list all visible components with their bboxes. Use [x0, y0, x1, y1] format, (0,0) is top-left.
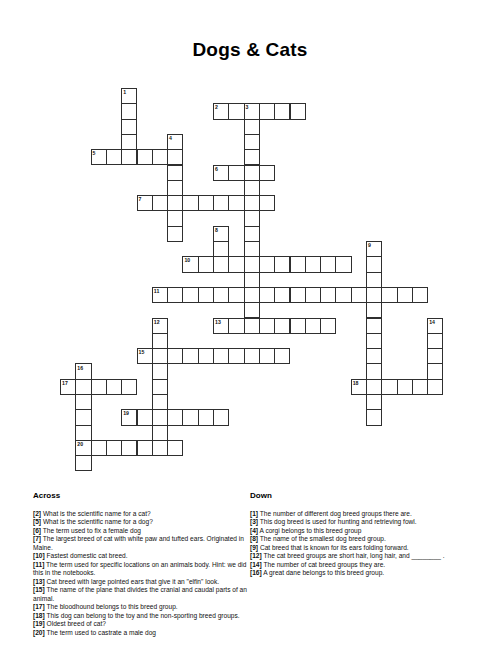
grid-cell[interactable]: [228, 287, 244, 303]
clue-number: [6]: [33, 527, 41, 534]
grid-cell[interactable]: [106, 440, 122, 456]
grid-cell[interactable]: [198, 256, 214, 272]
grid-cell[interactable]: [244, 287, 260, 303]
grid-cell[interactable]: [213, 348, 229, 364]
grid-cell[interactable]: 10: [182, 256, 198, 272]
grid-cell[interactable]: [320, 287, 336, 303]
grid-cell[interactable]: [182, 287, 198, 303]
down-clues: Down [1] The number of different dog bre…: [250, 492, 478, 578]
across-header: Across: [33, 492, 247, 501]
grid-cell[interactable]: 12: [152, 318, 168, 334]
grid-cell[interactable]: 16: [75, 363, 91, 379]
clue-item: [1] The number of different dog breed gr…: [250, 510, 478, 519]
clue-number: [7]: [33, 535, 41, 542]
grid-cell[interactable]: [198, 348, 214, 364]
grid-cell[interactable]: [213, 287, 229, 303]
grid-cell[interactable]: [213, 409, 229, 425]
cell-number: 8: [215, 227, 218, 233]
clue-number: [18]: [33, 612, 45, 619]
clue-item: [14] The number of cat breed groups they…: [250, 561, 478, 570]
grid-cell[interactable]: [228, 103, 244, 119]
grid-cell[interactable]: [274, 103, 290, 119]
across-clue-list: [2] What is the scientific name for a ca…: [33, 510, 247, 638]
clue-number: [9]: [250, 544, 258, 551]
grid-cell[interactable]: [244, 226, 260, 242]
clue-number: [8]: [250, 535, 258, 542]
clue-item: [8] The name of the smallest dog breed g…: [250, 535, 478, 544]
grid-cell[interactable]: [381, 379, 397, 395]
grid-cell[interactable]: [152, 363, 168, 379]
clue-item: [4] A corgi belongs to this breed group: [250, 527, 478, 536]
clue-item: [16] A great dane belongs to this breed …: [250, 569, 478, 578]
grid-cell[interactable]: [259, 195, 275, 211]
grid-cell[interactable]: [75, 394, 91, 410]
grid-cell[interactable]: [244, 210, 260, 226]
grid-cell[interactable]: [167, 348, 183, 364]
grid-cell[interactable]: [167, 409, 183, 425]
grid-cell[interactable]: [335, 256, 351, 272]
grid-cell[interactable]: [366, 409, 382, 425]
grid-cell[interactable]: [244, 348, 260, 364]
grid-cell[interactable]: [259, 287, 275, 303]
grid-cell[interactable]: [366, 287, 382, 303]
grid-cell[interactable]: [427, 348, 443, 364]
grid-cell[interactable]: 3: [244, 103, 260, 119]
cell-number: 2: [215, 104, 218, 110]
grid-cell[interactable]: [91, 440, 107, 456]
grid-cell[interactable]: [274, 256, 290, 272]
clue-number: [12]: [250, 552, 262, 559]
grid-cell[interactable]: 14: [427, 318, 443, 334]
grid-cell[interactable]: [320, 256, 336, 272]
grid-cell[interactable]: [305, 287, 321, 303]
grid-cell[interactable]: [167, 180, 183, 196]
cell-number: 15: [139, 349, 145, 355]
grid-cell[interactable]: [121, 134, 137, 150]
grid-cell[interactable]: [366, 394, 382, 410]
grid-cell[interactable]: [244, 241, 260, 257]
grid-cell[interactable]: [152, 409, 168, 425]
clue-number: [17]: [33, 603, 45, 610]
grid-cell[interactable]: 20: [75, 440, 91, 456]
grid-cell[interactable]: [244, 134, 260, 150]
grid-cell[interactable]: 4: [167, 134, 183, 150]
grid-cell[interactable]: 1: [121, 88, 137, 104]
cell-number: 12: [154, 319, 160, 325]
grid-cell[interactable]: [274, 287, 290, 303]
grid-cell[interactable]: [228, 165, 244, 181]
down-header: Down: [250, 492, 478, 501]
grid-cell[interactable]: [121, 440, 137, 456]
grid-cell[interactable]: [167, 287, 183, 303]
grid-cell[interactable]: [75, 409, 91, 425]
grid-cell[interactable]: [106, 379, 122, 395]
cell-number: 6: [215, 166, 218, 172]
clue-item: [9] Cat breed that is known for its ears…: [250, 544, 478, 553]
grid-cell[interactable]: [167, 149, 183, 165]
grid-cell[interactable]: [152, 425, 168, 441]
grid-cell[interactable]: [366, 272, 382, 288]
grid-cell[interactable]: [397, 379, 413, 395]
grid-cell[interactable]: 7: [137, 195, 153, 211]
grid-cell[interactable]: [152, 195, 168, 211]
grid-cell[interactable]: [198, 195, 214, 211]
clue-number: [20]: [33, 629, 45, 636]
clue-number: [3]: [250, 518, 258, 525]
grid-cell[interactable]: [305, 318, 321, 334]
cell-number: 16: [77, 365, 83, 371]
grid-cell[interactable]: [366, 363, 382, 379]
grid-cell[interactable]: [290, 287, 306, 303]
grid-cell[interactable]: 18: [351, 379, 367, 395]
clue-item: [19] Oldest breed of cat?: [33, 620, 247, 629]
grid-cell[interactable]: [244, 272, 260, 288]
clue-number: [11]: [33, 561, 44, 568]
cell-number: 11: [154, 288, 159, 294]
grid-cell[interactable]: [167, 440, 183, 456]
clue-item: [12] The cat breed groups are short hair…: [250, 552, 478, 561]
grid-cell[interactable]: [75, 455, 91, 471]
grid-cell[interactable]: [335, 287, 351, 303]
clue-item: [2] What is the scientific name for a ca…: [33, 510, 247, 519]
grid-cell[interactable]: [152, 333, 168, 349]
down-clue-list: [1] The number of different dog breed gr…: [250, 510, 478, 578]
crossword-grid: 1234567891011121314151617181920: [60, 88, 444, 472]
cell-number: 7: [139, 196, 142, 202]
grid-cell[interactable]: [167, 195, 183, 211]
grid-cell[interactable]: [244, 318, 260, 334]
grid-cell[interactable]: [137, 409, 153, 425]
grid-cell[interactable]: [121, 379, 137, 395]
grid-cell[interactable]: [75, 379, 91, 395]
clue-number: [4]: [250, 527, 258, 534]
grid-cell[interactable]: [106, 149, 122, 165]
clue-item: [10] Fastest domestic cat breed.: [33, 552, 247, 561]
page-title: Dogs & Cats: [0, 39, 500, 61]
grid-cell[interactable]: [290, 103, 306, 119]
across-clues: Across [2] What is the scientific name f…: [33, 492, 247, 637]
clue-item: [7] The largest breed of cat with white …: [33, 535, 247, 552]
cell-number: 4: [169, 135, 172, 141]
grid-cell[interactable]: [182, 409, 198, 425]
grid-cell[interactable]: 8: [213, 226, 229, 242]
grid-cell[interactable]: 5: [91, 149, 107, 165]
clue-item: [15] The name of the plane that divides …: [33, 586, 247, 603]
grid-cell[interactable]: [366, 348, 382, 364]
clue-item: [6] The term used to fix a female dog: [33, 527, 247, 536]
grid-cell[interactable]: [259, 256, 275, 272]
grid-cell[interactable]: [397, 287, 413, 303]
cell-number: 14: [429, 319, 435, 325]
grid-cell[interactable]: 19: [121, 409, 137, 425]
grid-cell[interactable]: [320, 318, 336, 334]
clue-item: [3] This dog breed is used for hunting a…: [250, 518, 478, 527]
grid-cell[interactable]: [244, 165, 260, 181]
clue-number: [10]: [33, 552, 45, 559]
grid-cell[interactable]: [290, 256, 306, 272]
clue-number: [16]: [250, 569, 262, 576]
grid-cell[interactable]: [427, 333, 443, 349]
grid-cell[interactable]: [366, 256, 382, 272]
clue-item: [18] This dog can belong to the toy and …: [33, 612, 247, 621]
grid-cell[interactable]: [213, 256, 229, 272]
grid-cell[interactable]: [121, 149, 137, 165]
clue-number: [15]: [33, 586, 45, 593]
grid-cell[interactable]: [244, 256, 260, 272]
grid-cell[interactable]: [366, 379, 382, 395]
clue-item: [13] Cat breed with large pointed ears t…: [33, 578, 247, 587]
grid-cell[interactable]: [167, 210, 183, 226]
grid-cell[interactable]: 13: [213, 318, 229, 334]
clue-number: [19]: [33, 620, 45, 627]
clue-item: [17] The bloodhound belongs to this bree…: [33, 603, 247, 612]
grid-cell[interactable]: [167, 226, 183, 242]
grid-cell[interactable]: [228, 256, 244, 272]
grid-cell[interactable]: [366, 302, 382, 318]
grid-cell[interactable]: [213, 195, 229, 211]
grid-cell[interactable]: [274, 318, 290, 334]
grid-cell[interactable]: [259, 348, 275, 364]
grid-cell[interactable]: [182, 195, 198, 211]
grid-cell[interactable]: [244, 149, 260, 165]
grid-cell[interactable]: [137, 149, 153, 165]
clue-number: [1]: [250, 510, 258, 517]
grid-cell[interactable]: 6: [213, 165, 229, 181]
grid-cell[interactable]: [152, 379, 168, 395]
grid-cell[interactable]: [259, 165, 275, 181]
grid-cell[interactable]: [228, 318, 244, 334]
grid-cell[interactable]: [228, 195, 244, 211]
clue-item: [11] The term used for specific location…: [33, 561, 247, 578]
grid-cell[interactable]: [351, 287, 367, 303]
grid-cell[interactable]: [381, 287, 397, 303]
grid-cell[interactable]: [412, 287, 428, 303]
grid-cell[interactable]: 11: [152, 287, 168, 303]
cell-number: 19: [123, 410, 129, 416]
grid-cell[interactable]: [290, 318, 306, 334]
grid-cell[interactable]: [137, 440, 153, 456]
grid-cell[interactable]: [152, 348, 168, 364]
grid-cell[interactable]: [244, 195, 260, 211]
grid-cell[interactable]: [198, 409, 214, 425]
grid-cell[interactable]: 17: [60, 379, 76, 395]
cell-number: 17: [62, 380, 68, 386]
cell-number: 18: [353, 380, 359, 386]
cell-number: 9: [368, 242, 371, 248]
grid-cell[interactable]: [427, 363, 443, 379]
grid-cell[interactable]: [75, 425, 91, 441]
clue-number: [5]: [33, 518, 41, 525]
grid-cell[interactable]: [152, 394, 168, 410]
grid-cell[interactable]: [121, 103, 137, 119]
clue-number: [13]: [33, 578, 45, 585]
grid-cell[interactable]: [305, 256, 321, 272]
grid-cell[interactable]: [213, 241, 229, 257]
grid-cell[interactable]: [152, 440, 168, 456]
grid-cell[interactable]: [198, 287, 214, 303]
grid-cell[interactable]: [167, 165, 183, 181]
clue-number: [2]: [33, 510, 41, 517]
grid-cell[interactable]: [427, 379, 443, 395]
clue-number: [14]: [250, 561, 262, 568]
grid-cell[interactable]: 15: [137, 348, 153, 364]
grid-cell[interactable]: [366, 318, 382, 334]
grid-cell[interactable]: [244, 119, 260, 135]
grid-cell[interactable]: [152, 149, 168, 165]
grid-cell[interactable]: 2: [213, 103, 229, 119]
grid-cell[interactable]: 9: [366, 241, 382, 257]
grid-cell[interactable]: [366, 333, 382, 349]
grid-cell[interactable]: [182, 348, 198, 364]
grid-cell[interactable]: [244, 302, 260, 318]
grid-cell[interactable]: [121, 119, 137, 135]
grid-cell[interactable]: [91, 379, 107, 395]
cell-number: 3: [246, 104, 249, 110]
grid-cell[interactable]: [228, 348, 244, 364]
clue-item: [20] The term used to castrate a male do…: [33, 629, 247, 638]
cell-number: 10: [184, 257, 190, 263]
grid-cell[interactable]: [244, 180, 260, 196]
cell-number: 20: [77, 441, 83, 447]
cell-number: 5: [93, 150, 96, 156]
grid-cell[interactable]: [259, 103, 275, 119]
grid-cell[interactable]: [259, 318, 275, 334]
grid-cell[interactable]: [412, 379, 428, 395]
cell-number: 1: [123, 89, 126, 95]
grid-cell[interactable]: [274, 348, 290, 364]
clue-item: [5] What is the scientific name for a do…: [33, 518, 247, 527]
cell-number: 13: [215, 319, 221, 325]
